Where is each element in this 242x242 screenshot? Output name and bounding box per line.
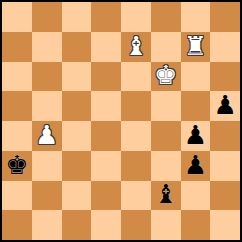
square-e3[interactable] [121, 151, 151, 181]
square-d2[interactable] [91, 181, 121, 211]
square-e4[interactable] [121, 121, 151, 151]
white-rook: ♜ [184, 33, 207, 59]
square-e6[interactable] [121, 62, 151, 92]
black-pawn: ♟ [184, 152, 207, 178]
square-f2[interactable]: ♝ [151, 181, 181, 211]
square-b8[interactable] [32, 2, 62, 32]
square-a6[interactable] [2, 62, 32, 92]
square-f8[interactable] [151, 2, 181, 32]
square-h5[interactable]: ♟ [210, 91, 240, 121]
square-b7[interactable] [32, 32, 62, 62]
square-g4[interactable]: ♟ [181, 121, 211, 151]
square-f6[interactable]: ♚ [151, 62, 181, 92]
square-b1[interactable] [32, 210, 62, 240]
square-b2[interactable] [32, 181, 62, 211]
square-a8[interactable] [2, 2, 32, 32]
square-d4[interactable] [91, 121, 121, 151]
black-king: ♚ [5, 152, 28, 178]
square-a7[interactable] [2, 32, 32, 62]
square-g1[interactable] [181, 210, 211, 240]
square-e2[interactable] [121, 181, 151, 211]
square-b6[interactable] [32, 62, 62, 92]
square-a4[interactable] [2, 121, 32, 151]
square-a5[interactable] [2, 91, 32, 121]
square-b3[interactable] [32, 151, 62, 181]
black-pawn: ♟ [213, 92, 236, 118]
square-d6[interactable] [91, 62, 121, 92]
square-g6[interactable] [181, 62, 211, 92]
square-f7[interactable] [151, 32, 181, 62]
black-pawn: ♟ [184, 122, 207, 148]
square-a3[interactable]: ♚ [2, 151, 32, 181]
square-c1[interactable] [62, 210, 92, 240]
square-b5[interactable] [32, 91, 62, 121]
square-d5[interactable] [91, 91, 121, 121]
white-pawn: ♟ [35, 122, 58, 148]
square-h6[interactable] [210, 62, 240, 92]
square-h8[interactable] [210, 2, 240, 32]
square-h7[interactable] [210, 32, 240, 62]
square-c6[interactable] [62, 62, 92, 92]
white-bishop: ♝ [124, 33, 147, 59]
square-c2[interactable] [62, 181, 92, 211]
square-e1[interactable] [121, 210, 151, 240]
black-bishop: ♝ [154, 181, 177, 207]
board-grid: ♝♜♚♟♟♟♚♟♝ [2, 2, 240, 240]
square-g2[interactable] [181, 181, 211, 211]
square-h3[interactable] [210, 151, 240, 181]
square-c8[interactable] [62, 2, 92, 32]
square-d7[interactable] [91, 32, 121, 62]
square-f4[interactable] [151, 121, 181, 151]
square-c4[interactable] [62, 121, 92, 151]
square-e8[interactable] [121, 2, 151, 32]
square-h2[interactable] [210, 181, 240, 211]
square-h1[interactable] [210, 210, 240, 240]
square-d8[interactable] [91, 2, 121, 32]
square-g5[interactable] [181, 91, 211, 121]
square-f1[interactable] [151, 210, 181, 240]
square-c3[interactable] [62, 151, 92, 181]
square-f3[interactable] [151, 151, 181, 181]
square-b4[interactable]: ♟ [32, 121, 62, 151]
white-king: ♚ [154, 62, 177, 88]
square-e5[interactable] [121, 91, 151, 121]
square-g8[interactable] [181, 2, 211, 32]
square-d1[interactable] [91, 210, 121, 240]
square-c5[interactable] [62, 91, 92, 121]
square-g7[interactable]: ♜ [181, 32, 211, 62]
square-a1[interactable] [2, 210, 32, 240]
square-h4[interactable] [210, 121, 240, 151]
square-g3[interactable]: ♟ [181, 151, 211, 181]
chess-board: ♝♜♚♟♟♟♚♟♝ [0, 0, 242, 242]
square-e7[interactable]: ♝ [121, 32, 151, 62]
square-c7[interactable] [62, 32, 92, 62]
square-a2[interactable] [2, 181, 32, 211]
square-f5[interactable] [151, 91, 181, 121]
square-d3[interactable] [91, 151, 121, 181]
